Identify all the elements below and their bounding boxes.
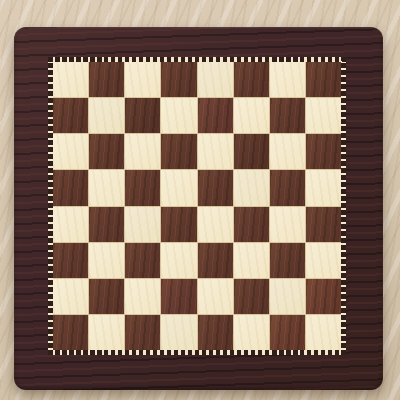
square-g5[interactable] bbox=[270, 170, 305, 205]
square-b7[interactable] bbox=[89, 98, 124, 133]
square-d4[interactable] bbox=[161, 207, 196, 242]
square-g7[interactable] bbox=[270, 98, 305, 133]
square-f5[interactable] bbox=[234, 170, 269, 205]
square-c1[interactable] bbox=[125, 315, 160, 350]
square-f8[interactable] bbox=[234, 62, 269, 97]
square-h8[interactable] bbox=[306, 62, 341, 97]
square-d7[interactable] bbox=[161, 98, 196, 133]
square-f7[interactable] bbox=[234, 98, 269, 133]
square-c5[interactable] bbox=[125, 170, 160, 205]
square-c6[interactable] bbox=[125, 134, 160, 169]
square-a4[interactable] bbox=[53, 207, 88, 242]
square-e7[interactable] bbox=[198, 98, 233, 133]
square-g6[interactable] bbox=[270, 134, 305, 169]
chess-board-grid bbox=[53, 62, 341, 350]
square-f3[interactable] bbox=[234, 243, 269, 278]
square-c3[interactable] bbox=[125, 243, 160, 278]
square-b4[interactable] bbox=[89, 207, 124, 242]
chess-playing-area bbox=[48, 57, 346, 355]
square-g8[interactable] bbox=[270, 62, 305, 97]
square-b1[interactable] bbox=[89, 315, 124, 350]
square-h4[interactable] bbox=[306, 207, 341, 242]
inlay-dashed-border-right bbox=[341, 57, 346, 355]
square-d3[interactable] bbox=[161, 243, 196, 278]
square-f4[interactable] bbox=[234, 207, 269, 242]
square-b2[interactable] bbox=[89, 279, 124, 314]
square-e1[interactable] bbox=[198, 315, 233, 350]
square-c7[interactable] bbox=[125, 98, 160, 133]
square-e4[interactable] bbox=[198, 207, 233, 242]
square-a1[interactable] bbox=[53, 315, 88, 350]
square-d8[interactable] bbox=[161, 62, 196, 97]
square-g4[interactable] bbox=[270, 207, 305, 242]
square-h7[interactable] bbox=[306, 98, 341, 133]
square-e5[interactable] bbox=[198, 170, 233, 205]
table-surface bbox=[0, 0, 400, 400]
square-a3[interactable] bbox=[53, 243, 88, 278]
square-e3[interactable] bbox=[198, 243, 233, 278]
square-b5[interactable] bbox=[89, 170, 124, 205]
square-b6[interactable] bbox=[89, 134, 124, 169]
square-d6[interactable] bbox=[161, 134, 196, 169]
square-b3[interactable] bbox=[89, 243, 124, 278]
square-f2[interactable] bbox=[234, 279, 269, 314]
square-g1[interactable] bbox=[270, 315, 305, 350]
square-a2[interactable] bbox=[53, 279, 88, 314]
square-a6[interactable] bbox=[53, 134, 88, 169]
square-d1[interactable] bbox=[161, 315, 196, 350]
square-a5[interactable] bbox=[53, 170, 88, 205]
square-f6[interactable] bbox=[234, 134, 269, 169]
square-c8[interactable] bbox=[125, 62, 160, 97]
square-a8[interactable] bbox=[53, 62, 88, 97]
square-e2[interactable] bbox=[198, 279, 233, 314]
square-h6[interactable] bbox=[306, 134, 341, 169]
square-d2[interactable] bbox=[161, 279, 196, 314]
square-g2[interactable] bbox=[270, 279, 305, 314]
square-h1[interactable] bbox=[306, 315, 341, 350]
inlay-dashed-border-bottom bbox=[48, 350, 346, 355]
square-h3[interactable] bbox=[306, 243, 341, 278]
square-h5[interactable] bbox=[306, 170, 341, 205]
square-c2[interactable] bbox=[125, 279, 160, 314]
square-b8[interactable] bbox=[89, 62, 124, 97]
square-e6[interactable] bbox=[198, 134, 233, 169]
square-h2[interactable] bbox=[306, 279, 341, 314]
square-e8[interactable] bbox=[198, 62, 233, 97]
square-a7[interactable] bbox=[53, 98, 88, 133]
square-d5[interactable] bbox=[161, 170, 196, 205]
chess-board-frame bbox=[14, 27, 383, 390]
square-g3[interactable] bbox=[270, 243, 305, 278]
square-f1[interactable] bbox=[234, 315, 269, 350]
square-c4[interactable] bbox=[125, 207, 160, 242]
